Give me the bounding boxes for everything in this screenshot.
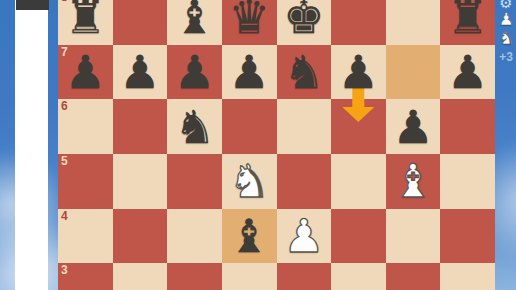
square-d6[interactable] bbox=[222, 99, 277, 154]
square-c8[interactable]: ♝ bbox=[167, 0, 222, 45]
square-h6[interactable] bbox=[440, 99, 495, 154]
square-a4[interactable]: 4 bbox=[58, 209, 113, 264]
rank-label-3: 3 bbox=[61, 264, 68, 276]
square-d8[interactable]: ♛ bbox=[222, 0, 277, 45]
square-b7[interactable]: ♟ bbox=[113, 45, 168, 100]
square-c3[interactable] bbox=[167, 263, 222, 290]
rank-label-4: 4 bbox=[61, 210, 68, 222]
square-b3[interactable] bbox=[113, 263, 168, 290]
captured-white-pawn-icon: ♟ bbox=[498, 10, 513, 29]
square-a6[interactable]: 6 bbox=[58, 99, 113, 154]
square-g3[interactable] bbox=[386, 263, 441, 290]
square-a7[interactable]: 7♟ bbox=[58, 45, 113, 100]
piece-black-knight-c6: ♞ bbox=[174, 104, 215, 150]
piece-black-knight-e7: ♞ bbox=[283, 49, 324, 95]
square-g6[interactable]: ♟ bbox=[386, 99, 441, 154]
square-a3[interactable]: 3 bbox=[58, 263, 113, 290]
square-c5[interactable] bbox=[167, 154, 222, 209]
piece-white-knight-d5: ♞ bbox=[229, 158, 270, 204]
piece-black-queen-d8: ♛ bbox=[229, 0, 270, 40]
piece-black-king-e8: ♚ bbox=[283, 0, 324, 40]
piece-black-pawn-c7: ♟ bbox=[174, 49, 215, 95]
square-h8[interactable]: ♜ bbox=[440, 0, 495, 45]
square-g7[interactable] bbox=[386, 45, 441, 100]
square-d7[interactable]: ♟ bbox=[222, 45, 277, 100]
square-g4[interactable] bbox=[386, 209, 441, 264]
square-a8[interactable]: 8♜ bbox=[58, 0, 113, 45]
material-advantage-badge: +3 bbox=[499, 50, 513, 64]
rank-label-6: 6 bbox=[61, 100, 68, 112]
square-e5[interactable] bbox=[277, 154, 332, 209]
piece-white-bishop-g5: ♝ bbox=[392, 158, 433, 204]
captured-pieces-tray: ⚙ ♟ ♞ +3 bbox=[496, 0, 516, 290]
square-f5[interactable] bbox=[331, 154, 386, 209]
square-a5[interactable]: 5 bbox=[58, 154, 113, 209]
piece-black-pawn-a7: ♟ bbox=[65, 49, 106, 95]
chess-board[interactable]: 8♜♝♛♚♜7♟♟♟♟♞♟♟6♞♟5♞♝4♝♟321 bbox=[58, 0, 495, 290]
square-d3[interactable] bbox=[222, 263, 277, 290]
piece-black-rook-h8: ♜ bbox=[447, 0, 488, 40]
square-d4[interactable]: ♝ bbox=[222, 209, 277, 264]
square-b8[interactable] bbox=[113, 0, 168, 45]
square-c7[interactable]: ♟ bbox=[167, 45, 222, 100]
square-e6[interactable] bbox=[277, 99, 332, 154]
piece-black-pawn-h7: ♟ bbox=[447, 49, 488, 95]
square-e7[interactable]: ♞ bbox=[277, 45, 332, 100]
square-b5[interactable] bbox=[113, 154, 168, 209]
chess-board-area: 8♜♝♛♚♜7♟♟♟♟♞♟♟6♞♟5♞♝4♝♟321 bbox=[58, 0, 495, 290]
captured-white-knight-icon: ♞ bbox=[498, 29, 513, 48]
square-h5[interactable] bbox=[440, 154, 495, 209]
side-panel bbox=[15, 0, 48, 290]
side-panel-dark-cap bbox=[16, 0, 49, 10]
square-e4[interactable]: ♟ bbox=[277, 209, 332, 264]
square-b4[interactable] bbox=[113, 209, 168, 264]
square-f6[interactable] bbox=[331, 99, 386, 154]
square-g8[interactable] bbox=[386, 0, 441, 45]
square-f7[interactable]: ♟ bbox=[331, 45, 386, 100]
piece-black-rook-a8: ♜ bbox=[65, 0, 106, 40]
square-c6[interactable]: ♞ bbox=[167, 99, 222, 154]
square-d5[interactable]: ♞ bbox=[222, 154, 277, 209]
piece-black-pawn-f7: ♟ bbox=[338, 49, 379, 95]
square-h4[interactable] bbox=[440, 209, 495, 264]
rank-label-5: 5 bbox=[61, 155, 68, 167]
piece-white-pawn-e4: ♟ bbox=[283, 213, 324, 259]
square-e3[interactable] bbox=[277, 263, 332, 290]
square-f4[interactable] bbox=[331, 209, 386, 264]
piece-black-pawn-g6: ♟ bbox=[392, 104, 433, 150]
square-h3[interactable] bbox=[440, 263, 495, 290]
square-b6[interactable] bbox=[113, 99, 168, 154]
square-g5[interactable]: ♝ bbox=[386, 154, 441, 209]
piece-black-pawn-b7: ♟ bbox=[119, 49, 160, 95]
square-f3[interactable] bbox=[331, 263, 386, 290]
square-f8[interactable] bbox=[331, 0, 386, 45]
piece-black-bishop-c8: ♝ bbox=[174, 0, 215, 40]
piece-black-pawn-d7: ♟ bbox=[229, 49, 270, 95]
square-h7[interactable]: ♟ bbox=[440, 45, 495, 100]
piece-black-bishop-d4: ♝ bbox=[229, 213, 270, 259]
square-e8[interactable]: ♚ bbox=[277, 0, 332, 45]
square-c4[interactable] bbox=[167, 209, 222, 264]
